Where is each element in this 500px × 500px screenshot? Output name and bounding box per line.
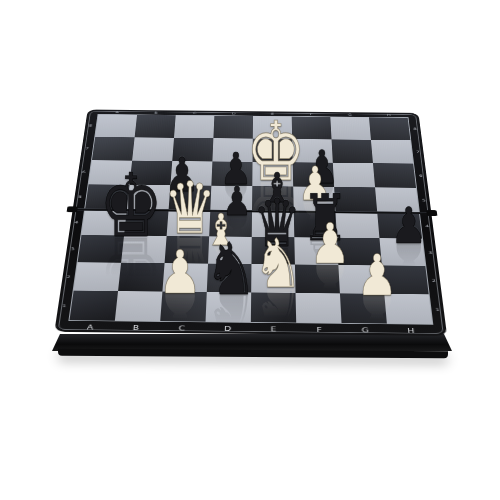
piece-black-pawn-f6: ♟ bbox=[273, 144, 371, 190]
piece-white-queen-c4: ♛ bbox=[141, 172, 239, 244]
piece-reflection: ♞ bbox=[182, 283, 280, 355]
piece-black-pawn-c5: ♟ bbox=[133, 151, 231, 198]
piece-reflection: ♛ bbox=[228, 237, 326, 303]
piece-black-queen-e3: ♛ bbox=[228, 191, 326, 257]
piece-reflection: ♟ bbox=[187, 177, 285, 221]
piece-black-pawn-d6: ♟ bbox=[187, 147, 285, 191]
piece-reflection: ♟ bbox=[273, 176, 371, 222]
piece-reflection: ♟ bbox=[188, 209, 286, 249]
piece-reflection: ♟ bbox=[328, 286, 426, 343]
piece-black-rook-f4: ♜ bbox=[276, 186, 374, 250]
piece-white-knight-e2: ♞ bbox=[229, 230, 327, 298]
piece-white-pawn-g2: ♟ bbox=[328, 247, 426, 304]
piece-reflection: ♝ bbox=[172, 238, 270, 282]
piece-reflection: ♜ bbox=[276, 230, 374, 294]
piece-white-pawn-f5: ♟ bbox=[266, 160, 364, 207]
piece-black-knight-d2: ♞ bbox=[182, 233, 280, 305]
piece-reflection: ♟ bbox=[266, 193, 364, 240]
piece-black-king-b4: ♚ bbox=[82, 162, 180, 250]
piece-reflection: ♚ bbox=[227, 169, 325, 251]
piece-reflection: ♛ bbox=[141, 222, 239, 294]
piece-reflection: ♞ bbox=[229, 278, 327, 346]
piece-black-pawn-h4: ♟ bbox=[360, 201, 458, 251]
product-photo-scene: ABCDEFGH 87654321 87654321 ABCDEFGH ♚♚♟♟… bbox=[0, 0, 500, 500]
piece-white-pawn-f3: ♟ bbox=[281, 216, 379, 272]
piece-white-pawn-c2: ♟ bbox=[131, 242, 229, 302]
pieces-layer: ♚♚♟♟♟♟♟♟♟♟♝♝♟♟♛♛♚♚♜♜♟♟♝♝♛♛♟♟♞♞♟♟♞♞♟♟ bbox=[0, 0, 500, 500]
piece-reflection: ♟ bbox=[281, 256, 379, 312]
piece-reflection: ♟ bbox=[360, 236, 458, 286]
piece-white-king-e6: ♚ bbox=[227, 111, 325, 193]
piece-black-bishop-e5: ♝ bbox=[228, 168, 326, 209]
piece-black-pawn-d4: ♟ bbox=[188, 181, 286, 221]
piece-reflection: ♟ bbox=[131, 284, 229, 344]
piece-white-bishop-d3: ♝ bbox=[172, 208, 270, 252]
piece-reflection: ♟ bbox=[133, 184, 231, 231]
piece-reflection: ♝ bbox=[228, 197, 326, 238]
piece-reflection: ♚ bbox=[82, 224, 180, 312]
